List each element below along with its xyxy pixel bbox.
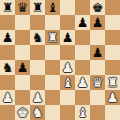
square-a5[interactable] — [0, 45, 15, 60]
square-d2[interactable] — [45, 90, 60, 105]
square-h2[interactable]: ♟ — [105, 90, 120, 105]
piece-black-pawn[interactable]: ♟ — [92, 45, 104, 60]
piece-white-queen[interactable]: ♛ — [92, 75, 104, 90]
square-g1[interactable] — [90, 105, 105, 120]
piece-white-rook[interactable]: ♜ — [47, 30, 59, 45]
square-g8[interactable]: ♚ — [90, 0, 105, 15]
piece-black-pawn[interactable]: ♟ — [92, 15, 104, 30]
square-d8[interactable]: ♝ — [45, 0, 60, 15]
piece-black-pawn[interactable]: ♟ — [17, 60, 29, 75]
square-a6[interactable]: ♟ — [0, 30, 15, 45]
square-h3[interactable]: ♜ — [105, 75, 120, 90]
square-h1[interactable] — [105, 105, 120, 120]
square-b3[interactable] — [15, 75, 30, 90]
square-b4[interactable]: ♟ — [15, 60, 30, 75]
square-f6[interactable] — [75, 30, 90, 45]
piece-white-pawn[interactable]: ♟ — [2, 90, 14, 105]
square-c1[interactable]: ♞ — [30, 105, 45, 120]
square-a3[interactable] — [0, 75, 15, 90]
square-f4[interactable] — [75, 60, 90, 75]
piece-white-pawn[interactable]: ♟ — [77, 75, 89, 90]
piece-white-pawn[interactable]: ♟ — [32, 90, 44, 105]
square-c7[interactable] — [30, 15, 45, 30]
square-a2[interactable]: ♟ — [0, 90, 15, 105]
piece-black-queen[interactable]: ♛ — [17, 0, 29, 15]
square-b5[interactable] — [15, 45, 30, 60]
piece-white-bishop[interactable]: ♝ — [77, 105, 89, 120]
square-b8[interactable]: ♛ — [15, 0, 30, 15]
piece-black-pawn[interactable]: ♟ — [2, 30, 14, 45]
square-f7[interactable]: ♟ — [75, 15, 90, 30]
piece-white-bishop[interactable]: ♝ — [62, 75, 74, 90]
square-d7[interactable] — [45, 15, 60, 30]
square-d1[interactable] — [45, 105, 60, 120]
square-e8[interactable] — [60, 0, 75, 15]
square-a4[interactable]: ♞ — [0, 60, 15, 75]
square-e3[interactable]: ♝ — [60, 75, 75, 90]
piece-black-king[interactable]: ♚ — [92, 0, 104, 15]
square-b7[interactable] — [15, 15, 30, 30]
piece-white-rook[interactable]: ♜ — [107, 75, 119, 90]
square-c4[interactable] — [30, 60, 45, 75]
square-e7[interactable] — [60, 15, 75, 30]
piece-black-rook[interactable]: ♜ — [2, 0, 14, 15]
square-a7[interactable] — [0, 15, 15, 30]
square-c3[interactable] — [30, 75, 45, 90]
square-d3[interactable] — [45, 75, 60, 90]
square-g3[interactable]: ♛ — [90, 75, 105, 90]
square-e5[interactable] — [60, 45, 75, 60]
square-f5[interactable] — [75, 45, 90, 60]
square-c5[interactable] — [30, 45, 45, 60]
square-b6[interactable] — [15, 30, 30, 45]
square-f3[interactable]: ♟ — [75, 75, 90, 90]
chess-board: ♜♛♜♝♚♟♟♟♞♜♟♟♞♟♟♝♟♛♜♟♟♟♚♞♝ — [0, 0, 120, 120]
square-d5[interactable] — [45, 45, 60, 60]
square-d6[interactable]: ♜ — [45, 30, 60, 45]
square-h4[interactable] — [105, 60, 120, 75]
square-e2[interactable] — [60, 90, 75, 105]
square-f1[interactable]: ♝ — [75, 105, 90, 120]
square-h5[interactable] — [105, 45, 120, 60]
square-g4[interactable] — [90, 60, 105, 75]
square-f2[interactable] — [75, 90, 90, 105]
piece-black-rook[interactable]: ♜ — [32, 0, 44, 15]
square-b2[interactable] — [15, 90, 30, 105]
square-g5[interactable]: ♟ — [90, 45, 105, 60]
piece-black-bishop[interactable]: ♝ — [47, 0, 59, 15]
piece-black-pawn[interactable]: ♟ — [77, 15, 89, 30]
square-c2[interactable]: ♟ — [30, 90, 45, 105]
square-c6[interactable]: ♞ — [30, 30, 45, 45]
piece-black-knight[interactable]: ♞ — [32, 30, 44, 45]
square-b1[interactable]: ♚ — [15, 105, 30, 120]
piece-white-king[interactable]: ♚ — [17, 105, 29, 120]
square-f8[interactable] — [75, 0, 90, 15]
piece-black-knight[interactable]: ♞ — [2, 60, 14, 75]
square-e6[interactable]: ♟ — [60, 30, 75, 45]
square-e1[interactable] — [60, 105, 75, 120]
square-a8[interactable]: ♜ — [0, 0, 15, 15]
square-a1[interactable] — [0, 105, 15, 120]
piece-black-pawn[interactable]: ♟ — [62, 30, 74, 45]
square-g2[interactable] — [90, 90, 105, 105]
piece-white-knight[interactable]: ♞ — [32, 105, 44, 120]
square-g6[interactable] — [90, 30, 105, 45]
square-g7[interactable]: ♟ — [90, 15, 105, 30]
square-e4[interactable]: ♟ — [60, 60, 75, 75]
piece-white-pawn[interactable]: ♟ — [107, 90, 119, 105]
square-h6[interactable] — [105, 30, 120, 45]
square-h8[interactable] — [105, 0, 120, 15]
square-c8[interactable]: ♜ — [30, 0, 45, 15]
square-h7[interactable] — [105, 15, 120, 30]
square-d4[interactable] — [45, 60, 60, 75]
piece-white-pawn[interactable]: ♟ — [62, 60, 74, 75]
